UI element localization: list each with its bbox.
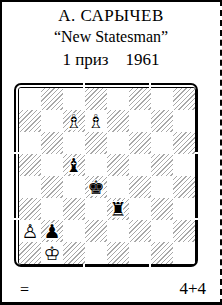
board-grid: ♗♗♝♚♜♙♟♔ <box>19 88 195 264</box>
white-bishop-d7: ♗ <box>85 110 107 132</box>
composer-name: А. САРЫЧЕВ <box>2 6 220 26</box>
square-h5 <box>173 154 195 176</box>
square-d8 <box>85 88 107 110</box>
square-e1 <box>107 242 129 264</box>
square-g5 <box>151 154 173 176</box>
square-d5 <box>85 154 107 176</box>
square-b4 <box>41 176 63 198</box>
square-g6 <box>151 132 173 154</box>
square-h2 <box>173 220 195 242</box>
square-a8 <box>19 88 41 110</box>
square-d4: ♚ <box>85 176 107 198</box>
square-g7 <box>151 110 173 132</box>
square-b3 <box>41 198 63 220</box>
square-f1 <box>129 242 151 264</box>
square-e6 <box>107 132 129 154</box>
stipulation-draw-symbol: = <box>20 281 29 299</box>
square-e3: ♜ <box>107 198 129 220</box>
square-f2 <box>129 220 151 242</box>
square-f3 <box>129 198 151 220</box>
square-h1 <box>173 242 195 264</box>
square-b7 <box>41 110 63 132</box>
square-c4 <box>63 176 85 198</box>
square-c3 <box>63 198 85 220</box>
square-d2 <box>85 220 107 242</box>
square-c8 <box>63 88 85 110</box>
square-c6 <box>63 132 85 154</box>
square-a1 <box>19 242 41 264</box>
square-b6 <box>41 132 63 154</box>
square-a7 <box>19 110 41 132</box>
square-f7 <box>129 110 151 132</box>
square-f4 <box>129 176 151 198</box>
black-pawn-b2: ♟ <box>41 220 63 242</box>
black-bishop-c5: ♝ <box>63 154 85 176</box>
white-king-b1: ♔ <box>41 242 63 264</box>
square-e4 <box>107 176 129 198</box>
square-e5 <box>107 154 129 176</box>
square-b2: ♟ <box>41 220 63 242</box>
square-c2 <box>63 220 85 242</box>
square-g2 <box>151 220 173 242</box>
square-c5: ♝ <box>63 154 85 176</box>
chess-board-frame: ♗♗♝♚♜♙♟♔ <box>14 83 198 267</box>
material-count: 4+4 <box>179 279 206 299</box>
square-f5 <box>129 154 151 176</box>
square-a6 <box>19 132 41 154</box>
square-g1 <box>151 242 173 264</box>
square-g4 <box>151 176 173 198</box>
square-e7 <box>107 110 129 132</box>
square-h6 <box>173 132 195 154</box>
square-b1: ♔ <box>41 242 63 264</box>
square-c7: ♗ <box>63 110 85 132</box>
square-d7: ♗ <box>85 110 107 132</box>
square-c1 <box>63 242 85 264</box>
square-d1 <box>85 242 107 264</box>
square-h8 <box>173 88 195 110</box>
scanned-diagram-page: А. САРЫЧЕВ “New Statesman” 1 приз 1961 ♗… <box>0 0 222 305</box>
square-g8 <box>151 88 173 110</box>
square-a2: ♙ <box>19 220 41 242</box>
square-d6 <box>85 132 107 154</box>
square-h3 <box>173 198 195 220</box>
square-g3 <box>151 198 173 220</box>
square-h4 <box>173 176 195 198</box>
white-bishop-c7: ♗ <box>63 110 85 132</box>
award-year: 1 приз 1961 <box>2 50 220 70</box>
white-pawn-a2: ♙ <box>19 220 41 242</box>
black-king-d4: ♚ <box>85 176 107 198</box>
square-e2 <box>107 220 129 242</box>
square-b8 <box>41 88 63 110</box>
square-h7 <box>173 110 195 132</box>
square-f6 <box>129 132 151 154</box>
square-a5 <box>19 154 41 176</box>
square-a3 <box>19 198 41 220</box>
chess-board-inner-border: ♗♗♝♚♜♙♟♔ <box>18 87 196 265</box>
square-f8 <box>129 88 151 110</box>
square-b5 <box>41 154 63 176</box>
source-publication: “New Statesman” <box>2 28 220 46</box>
square-e8 <box>107 88 129 110</box>
square-a4 <box>19 176 41 198</box>
square-d3 <box>85 198 107 220</box>
black-rook-e3: ♜ <box>107 198 129 220</box>
